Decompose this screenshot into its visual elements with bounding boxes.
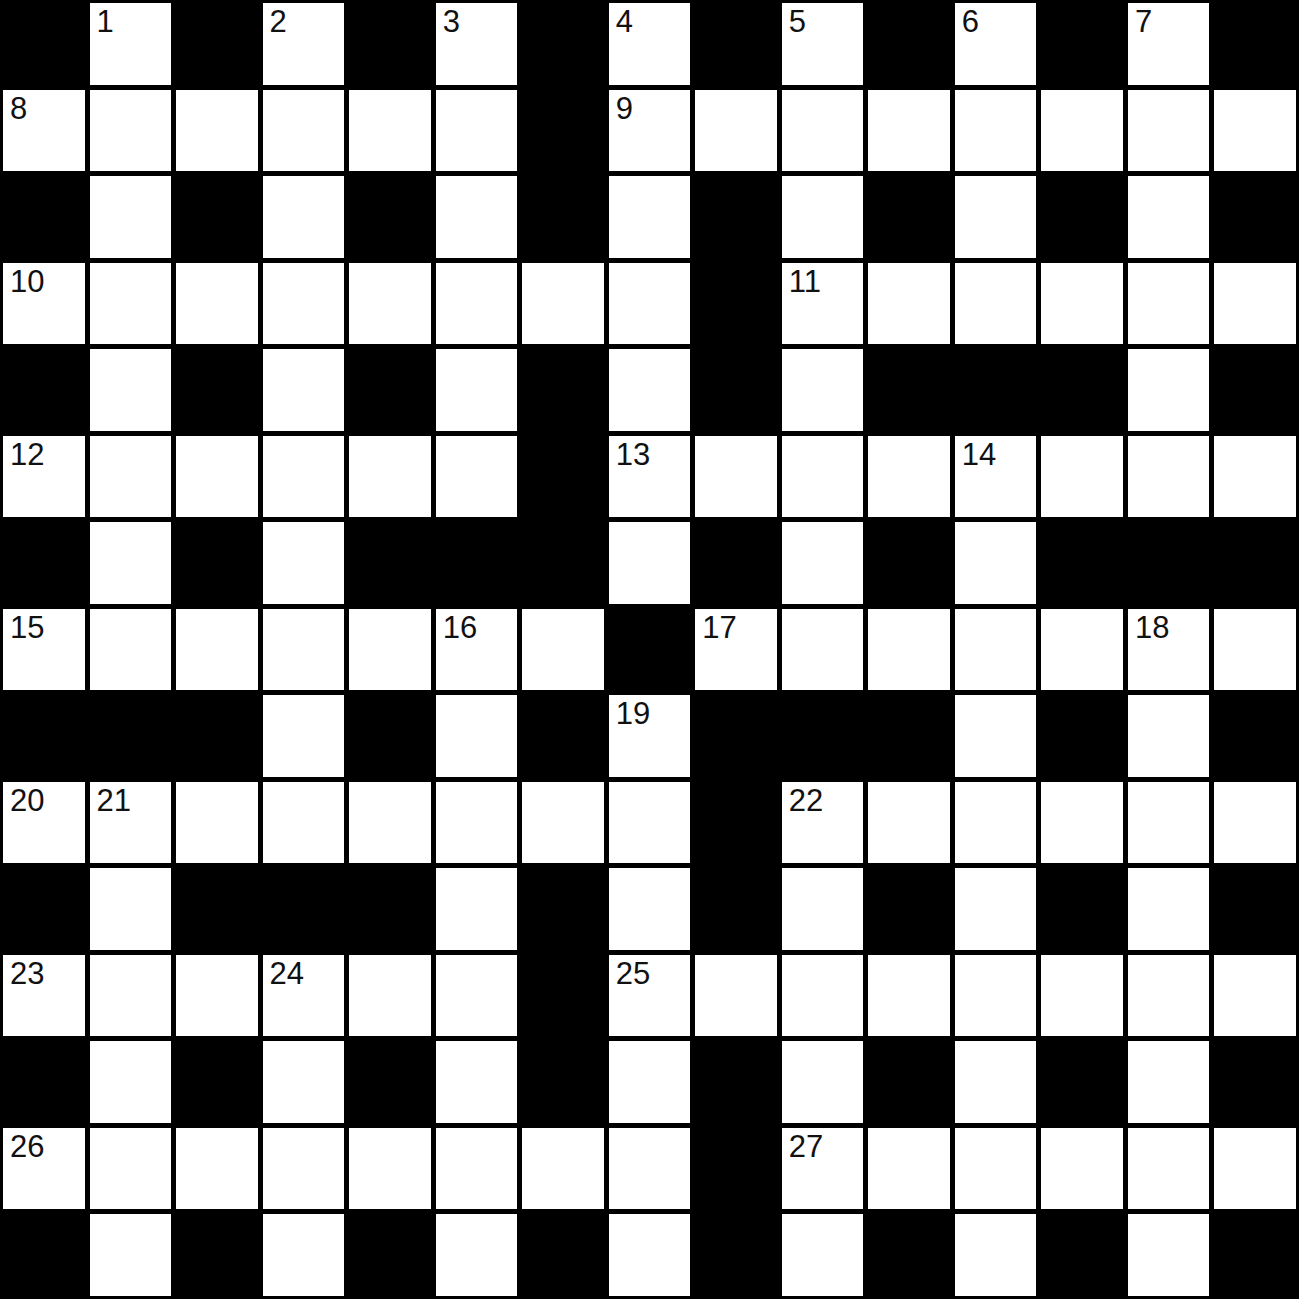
cell-7-8[interactable]: 17 <box>695 609 777 691</box>
block-cell-12-12 <box>1041 1041 1123 1123</box>
cell-5-9[interactable] <box>782 436 864 518</box>
block-cell-12-6 <box>522 1041 604 1123</box>
clue-number-21: 21 <box>97 783 131 819</box>
clue-number-17: 17 <box>702 610 736 646</box>
block-cell-4-14 <box>1214 349 1296 431</box>
block-cell-8-2 <box>176 695 258 777</box>
block-cell-5-6 <box>522 436 604 518</box>
cell-5-3[interactable] <box>263 436 345 518</box>
cell-13-5[interactable] <box>436 1128 518 1210</box>
cell-1-9[interactable] <box>782 90 864 172</box>
clue-number-3: 3 <box>443 4 460 40</box>
block-cell-2-14 <box>1214 176 1296 258</box>
clue-number-6: 6 <box>962 4 979 40</box>
clue-number-27: 27 <box>789 1129 823 1165</box>
cell-2-5[interactable] <box>436 176 518 258</box>
cell-11-14[interactable] <box>1214 955 1296 1037</box>
block-cell-4-10 <box>868 349 950 431</box>
block-cell-4-2 <box>176 349 258 431</box>
cell-7-13[interactable]: 18 <box>1128 609 1210 691</box>
cell-13-12[interactable] <box>1041 1128 1123 1210</box>
cell-7-2[interactable] <box>176 609 258 691</box>
cell-7-11[interactable] <box>955 609 1037 691</box>
cell-12-3[interactable] <box>263 1041 345 1123</box>
cell-3-9[interactable]: 11 <box>782 263 864 345</box>
cell-3-6[interactable] <box>522 263 604 345</box>
block-cell-0-10 <box>868 3 950 85</box>
cell-13-3[interactable] <box>263 1128 345 1210</box>
block-cell-2-12 <box>1041 176 1123 258</box>
cell-0-3[interactable]: 2 <box>263 3 345 85</box>
cell-5-11[interactable]: 14 <box>955 436 1037 518</box>
clue-number-2: 2 <box>270 4 287 40</box>
block-cell-7-7 <box>609 609 691 691</box>
block-cell-14-8 <box>695 1214 777 1296</box>
cell-14-7[interactable] <box>609 1214 691 1296</box>
block-cell-2-10 <box>868 176 950 258</box>
cell-13-2[interactable] <box>176 1128 258 1210</box>
block-cell-4-12 <box>1041 349 1123 431</box>
cell-14-3[interactable] <box>263 1214 345 1296</box>
cell-6-7[interactable] <box>609 522 691 604</box>
cell-11-2[interactable] <box>176 955 258 1037</box>
cell-1-4[interactable] <box>349 90 431 172</box>
cell-5-7[interactable]: 13 <box>609 436 691 518</box>
block-cell-3-8 <box>695 263 777 345</box>
cell-5-4[interactable] <box>349 436 431 518</box>
clue-number-15: 15 <box>10 610 44 646</box>
cell-3-10[interactable] <box>868 263 950 345</box>
block-cell-0-12 <box>1041 3 1123 85</box>
cell-3-2[interactable] <box>176 263 258 345</box>
block-cell-14-6 <box>522 1214 604 1296</box>
block-cell-9-8 <box>695 782 777 864</box>
clue-number-4: 4 <box>616 4 633 40</box>
clue-number-10: 10 <box>10 264 44 300</box>
cell-10-1[interactable] <box>90 868 172 950</box>
cell-3-11[interactable] <box>955 263 1037 345</box>
clue-number-7: 7 <box>1135 4 1152 40</box>
block-cell-8-10 <box>868 695 950 777</box>
block-cell-12-10 <box>868 1041 950 1123</box>
clue-number-5: 5 <box>789 4 806 40</box>
cell-11-7[interactable]: 25 <box>609 955 691 1037</box>
cell-9-14[interactable] <box>1214 782 1296 864</box>
cell-0-7[interactable]: 4 <box>609 3 691 85</box>
cell-4-13[interactable] <box>1128 349 1210 431</box>
cell-0-13[interactable]: 7 <box>1128 3 1210 85</box>
block-cell-13-8 <box>695 1128 777 1210</box>
block-cell-6-6 <box>522 522 604 604</box>
cell-5-12[interactable] <box>1041 436 1123 518</box>
clue-number-18: 18 <box>1135 610 1169 646</box>
cell-7-0[interactable]: 15 <box>3 609 85 691</box>
cell-5-0[interactable]: 12 <box>3 436 85 518</box>
cell-8-5[interactable] <box>436 695 518 777</box>
cell-1-8[interactable] <box>695 90 777 172</box>
block-cell-12-2 <box>176 1041 258 1123</box>
cell-2-13[interactable] <box>1128 176 1210 258</box>
cell-1-10[interactable] <box>868 90 950 172</box>
cell-1-0[interactable]: 8 <box>3 90 85 172</box>
block-cell-4-0 <box>3 349 85 431</box>
block-cell-0-6 <box>522 3 604 85</box>
block-cell-2-2 <box>176 176 258 258</box>
cell-5-8[interactable] <box>695 436 777 518</box>
cell-9-5[interactable] <box>436 782 518 864</box>
cell-1-3[interactable] <box>263 90 345 172</box>
cell-6-11[interactable] <box>955 522 1037 604</box>
cell-1-2[interactable] <box>176 90 258 172</box>
cell-6-1[interactable] <box>90 522 172 604</box>
block-cell-4-4 <box>349 349 431 431</box>
cell-5-1[interactable] <box>90 436 172 518</box>
block-cell-10-3 <box>263 868 345 950</box>
cell-14-5[interactable] <box>436 1214 518 1296</box>
cell-9-1[interactable]: 21 <box>90 782 172 864</box>
cell-10-11[interactable] <box>955 868 1037 950</box>
cell-2-9[interactable] <box>782 176 864 258</box>
cell-14-1[interactable] <box>90 1214 172 1296</box>
cell-8-13[interactable] <box>1128 695 1210 777</box>
block-cell-10-2 <box>176 868 258 950</box>
cell-9-12[interactable] <box>1041 782 1123 864</box>
cell-13-7[interactable] <box>609 1128 691 1210</box>
block-cell-10-0 <box>3 868 85 950</box>
clue-number-20: 20 <box>10 783 44 819</box>
cell-1-5[interactable] <box>436 90 518 172</box>
clue-number-14: 14 <box>962 437 996 473</box>
block-cell-14-14 <box>1214 1214 1296 1296</box>
block-cell-14-0 <box>3 1214 85 1296</box>
clue-number-9: 9 <box>616 91 633 127</box>
cell-3-1[interactable] <box>90 263 172 345</box>
cell-11-4[interactable] <box>349 955 431 1037</box>
cell-1-1[interactable] <box>90 90 172 172</box>
block-cell-6-14 <box>1214 522 1296 604</box>
cell-10-5[interactable] <box>436 868 518 950</box>
cell-12-7[interactable] <box>609 1041 691 1123</box>
cell-13-13[interactable] <box>1128 1128 1210 1210</box>
clue-number-8: 8 <box>10 91 27 127</box>
cell-12-11[interactable] <box>955 1041 1037 1123</box>
cell-3-14[interactable] <box>1214 263 1296 345</box>
block-cell-0-8 <box>695 3 777 85</box>
cell-13-9[interactable]: 27 <box>782 1128 864 1210</box>
cell-13-1[interactable] <box>90 1128 172 1210</box>
block-cell-12-4 <box>349 1041 431 1123</box>
cell-12-13[interactable] <box>1128 1041 1210 1123</box>
cell-7-3[interactable] <box>263 609 345 691</box>
cell-3-0[interactable]: 10 <box>3 263 85 345</box>
cell-11-10[interactable] <box>868 955 950 1037</box>
clue-number-13: 13 <box>616 437 650 473</box>
block-cell-10-10 <box>868 868 950 950</box>
block-cell-12-14 <box>1214 1041 1296 1123</box>
cell-13-0[interactable]: 26 <box>3 1128 85 1210</box>
cell-6-9[interactable] <box>782 522 864 604</box>
cell-13-4[interactable] <box>349 1128 431 1210</box>
block-cell-14-4 <box>349 1214 431 1296</box>
block-cell-14-12 <box>1041 1214 1123 1296</box>
block-cell-8-1 <box>90 695 172 777</box>
cell-12-9[interactable] <box>782 1041 864 1123</box>
cell-14-9[interactable] <box>782 1214 864 1296</box>
block-cell-14-2 <box>176 1214 258 1296</box>
cell-11-13[interactable] <box>1128 955 1210 1037</box>
cell-1-12[interactable] <box>1041 90 1123 172</box>
cell-11-5[interactable] <box>436 955 518 1037</box>
cell-8-3[interactable] <box>263 695 345 777</box>
cell-5-2[interactable] <box>176 436 258 518</box>
cell-11-11[interactable] <box>955 955 1037 1037</box>
block-cell-8-14 <box>1214 695 1296 777</box>
block-cell-10-14 <box>1214 868 1296 950</box>
cell-9-7[interactable] <box>609 782 691 864</box>
cell-3-12[interactable] <box>1041 263 1123 345</box>
block-cell-14-10 <box>868 1214 950 1296</box>
block-cell-0-2 <box>176 3 258 85</box>
cell-9-4[interactable] <box>349 782 431 864</box>
block-cell-6-8 <box>695 522 777 604</box>
cell-10-13[interactable] <box>1128 868 1210 950</box>
block-cell-8-8 <box>695 695 777 777</box>
block-cell-10-12 <box>1041 868 1123 950</box>
clue-number-12: 12 <box>10 437 44 473</box>
cell-1-7[interactable]: 9 <box>609 90 691 172</box>
cell-14-11[interactable] <box>955 1214 1037 1296</box>
clue-number-19: 19 <box>616 696 650 732</box>
cell-6-3[interactable] <box>263 522 345 604</box>
cell-7-4[interactable] <box>349 609 431 691</box>
cell-9-10[interactable] <box>868 782 950 864</box>
cell-9-6[interactable] <box>522 782 604 864</box>
cell-11-1[interactable] <box>90 955 172 1037</box>
block-cell-2-4 <box>349 176 431 258</box>
cell-11-3[interactable]: 24 <box>263 955 345 1037</box>
cell-13-10[interactable] <box>868 1128 950 1210</box>
block-cell-1-6 <box>522 90 604 172</box>
block-cell-6-5 <box>436 522 518 604</box>
cell-4-3[interactable] <box>263 349 345 431</box>
cell-0-9[interactable]: 5 <box>782 3 864 85</box>
cell-3-4[interactable] <box>349 263 431 345</box>
block-cell-4-6 <box>522 349 604 431</box>
cell-2-1[interactable] <box>90 176 172 258</box>
block-cell-4-11 <box>955 349 1037 431</box>
block-cell-0-0 <box>3 3 85 85</box>
block-cell-0-14 <box>1214 3 1296 85</box>
cell-11-9[interactable] <box>782 955 864 1037</box>
cell-7-14[interactable] <box>1214 609 1296 691</box>
cell-9-0[interactable]: 20 <box>3 782 85 864</box>
block-cell-8-0 <box>3 695 85 777</box>
block-cell-8-4 <box>349 695 431 777</box>
cell-0-1[interactable]: 1 <box>90 3 172 85</box>
cell-4-5[interactable] <box>436 349 518 431</box>
cell-9-13[interactable] <box>1128 782 1210 864</box>
cell-11-8[interactable] <box>695 955 777 1037</box>
cell-1-13[interactable] <box>1128 90 1210 172</box>
block-cell-8-9 <box>782 695 864 777</box>
clue-number-24: 24 <box>270 956 304 992</box>
cell-9-9[interactable]: 22 <box>782 782 864 864</box>
block-cell-4-8 <box>695 349 777 431</box>
cell-7-12[interactable] <box>1041 609 1123 691</box>
block-cell-2-0 <box>3 176 85 258</box>
cell-14-13[interactable] <box>1128 1214 1210 1296</box>
cell-11-12[interactable] <box>1041 955 1123 1037</box>
block-cell-12-8 <box>695 1041 777 1123</box>
cell-7-9[interactable] <box>782 609 864 691</box>
clue-number-22: 22 <box>789 783 823 819</box>
block-cell-2-8 <box>695 176 777 258</box>
cell-13-14[interactable] <box>1214 1128 1296 1210</box>
cell-5-14[interactable] <box>1214 436 1296 518</box>
cell-9-11[interactable] <box>955 782 1037 864</box>
cell-3-5[interactable] <box>436 263 518 345</box>
block-cell-8-6 <box>522 695 604 777</box>
cell-1-11[interactable] <box>955 90 1037 172</box>
clue-number-25: 25 <box>616 956 650 992</box>
block-cell-10-8 <box>695 868 777 950</box>
block-cell-8-12 <box>1041 695 1123 777</box>
cell-8-11[interactable] <box>955 695 1037 777</box>
cell-13-11[interactable] <box>955 1128 1037 1210</box>
block-cell-10-6 <box>522 868 604 950</box>
cell-5-5[interactable] <box>436 436 518 518</box>
cell-3-3[interactable] <box>263 263 345 345</box>
cell-0-11[interactable]: 6 <box>955 3 1037 85</box>
cell-4-1[interactable] <box>90 349 172 431</box>
block-cell-10-4 <box>349 868 431 950</box>
cell-9-3[interactable] <box>263 782 345 864</box>
cell-2-3[interactable] <box>263 176 345 258</box>
cell-12-1[interactable] <box>90 1041 172 1123</box>
block-cell-6-4 <box>349 522 431 604</box>
clue-number-26: 26 <box>10 1129 44 1165</box>
block-cell-6-2 <box>176 522 258 604</box>
cell-7-1[interactable] <box>90 609 172 691</box>
cell-10-9[interactable] <box>782 868 864 950</box>
block-cell-12-0 <box>3 1041 85 1123</box>
cell-2-11[interactable] <box>955 176 1037 258</box>
cell-0-5[interactable]: 3 <box>436 3 518 85</box>
block-cell-6-0 <box>3 522 85 604</box>
cell-10-7[interactable] <box>609 868 691 950</box>
crossword-grid: 1234567891011121314151617181920212223242… <box>0 0 1299 1299</box>
cell-7-5[interactable]: 16 <box>436 609 518 691</box>
block-cell-2-6 <box>522 176 604 258</box>
cell-11-0[interactable]: 23 <box>3 955 85 1037</box>
cell-3-7[interactable] <box>609 263 691 345</box>
cell-4-7[interactable] <box>609 349 691 431</box>
clue-number-1: 1 <box>97 4 114 40</box>
clue-number-16: 16 <box>443 610 477 646</box>
cell-1-14[interactable] <box>1214 90 1296 172</box>
block-cell-0-4 <box>349 3 431 85</box>
cell-2-7[interactable] <box>609 176 691 258</box>
cell-13-6[interactable] <box>522 1128 604 1210</box>
cell-7-10[interactable] <box>868 609 950 691</box>
block-cell-6-12 <box>1041 522 1123 604</box>
block-cell-6-13 <box>1128 522 1210 604</box>
clue-number-11: 11 <box>789 264 821 300</box>
cell-4-9[interactable] <box>782 349 864 431</box>
cell-7-6[interactable] <box>522 609 604 691</box>
cell-5-10[interactable] <box>868 436 950 518</box>
cell-9-2[interactable] <box>176 782 258 864</box>
cell-8-7[interactable]: 19 <box>609 695 691 777</box>
clue-number-23: 23 <box>10 956 44 992</box>
cell-5-13[interactable] <box>1128 436 1210 518</box>
block-cell-11-6 <box>522 955 604 1037</box>
cell-12-5[interactable] <box>436 1041 518 1123</box>
cell-3-13[interactable] <box>1128 263 1210 345</box>
block-cell-6-10 <box>868 522 950 604</box>
